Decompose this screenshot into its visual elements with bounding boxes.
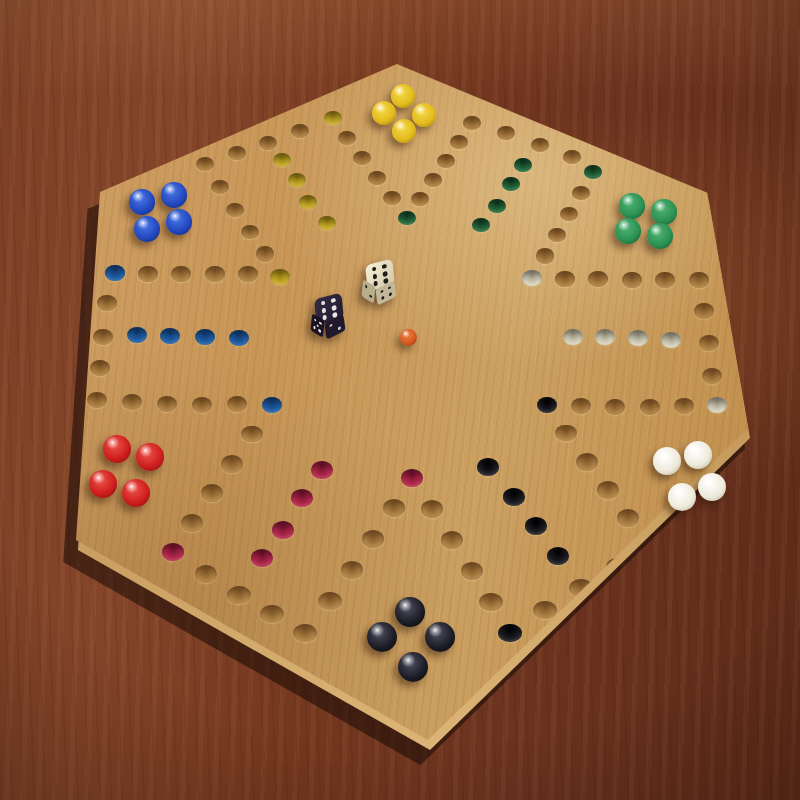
photo-canvas: { "game": { "name": "Aggravation (Wahoo)… [0,0,800,800]
die-pip [338,326,341,330]
marble-white[interactable] [684,441,712,469]
die-pip [365,285,368,289]
black-die[interactable] [307,294,353,340]
die-pip [331,305,336,311]
die-pip [316,323,319,327]
die-pip [313,326,316,330]
die-pip [314,318,317,322]
pieces-layer [0,0,800,800]
die-pip [331,298,336,304]
marble-blue[interactable] [134,216,160,242]
marble-black[interactable] [398,652,428,682]
die-pip [329,324,332,328]
marble-black[interactable] [367,622,397,652]
die-pip [322,307,327,313]
die-pip [388,286,391,290]
marble-green[interactable] [651,199,676,224]
die-pip [382,271,387,277]
marble-red[interactable] [122,479,150,507]
marble-yellow[interactable] [412,103,436,127]
die-pip [380,290,383,294]
marble-white[interactable] [668,483,696,511]
marble-black[interactable] [395,597,425,627]
marble-red[interactable] [136,443,164,471]
die-pip [389,292,392,296]
marble-yellow[interactable] [392,119,416,143]
marble-green[interactable] [615,218,641,244]
marble-blue[interactable] [129,189,154,214]
marble-orange[interactable] [400,329,417,346]
die-pip [319,329,322,333]
marble-yellow[interactable] [372,101,396,125]
marble-red[interactable] [103,435,131,463]
die-pip [372,266,377,272]
marble-green[interactable] [647,223,673,249]
die-pip [319,321,322,325]
die-pip [381,296,384,300]
marble-green[interactable] [619,193,644,218]
marble-white[interactable] [653,447,681,475]
marble-blue[interactable] [161,182,186,207]
ivory-die[interactable] [358,260,404,306]
die-pip [382,264,387,270]
die-pip [373,273,378,279]
marble-red[interactable] [89,470,117,498]
die-pip [321,300,326,306]
marble-black[interactable] [425,622,455,652]
marble-white[interactable] [698,473,726,501]
marble-blue[interactable] [166,209,191,234]
marble-yellow[interactable] [391,84,415,108]
die-pip [369,294,372,298]
